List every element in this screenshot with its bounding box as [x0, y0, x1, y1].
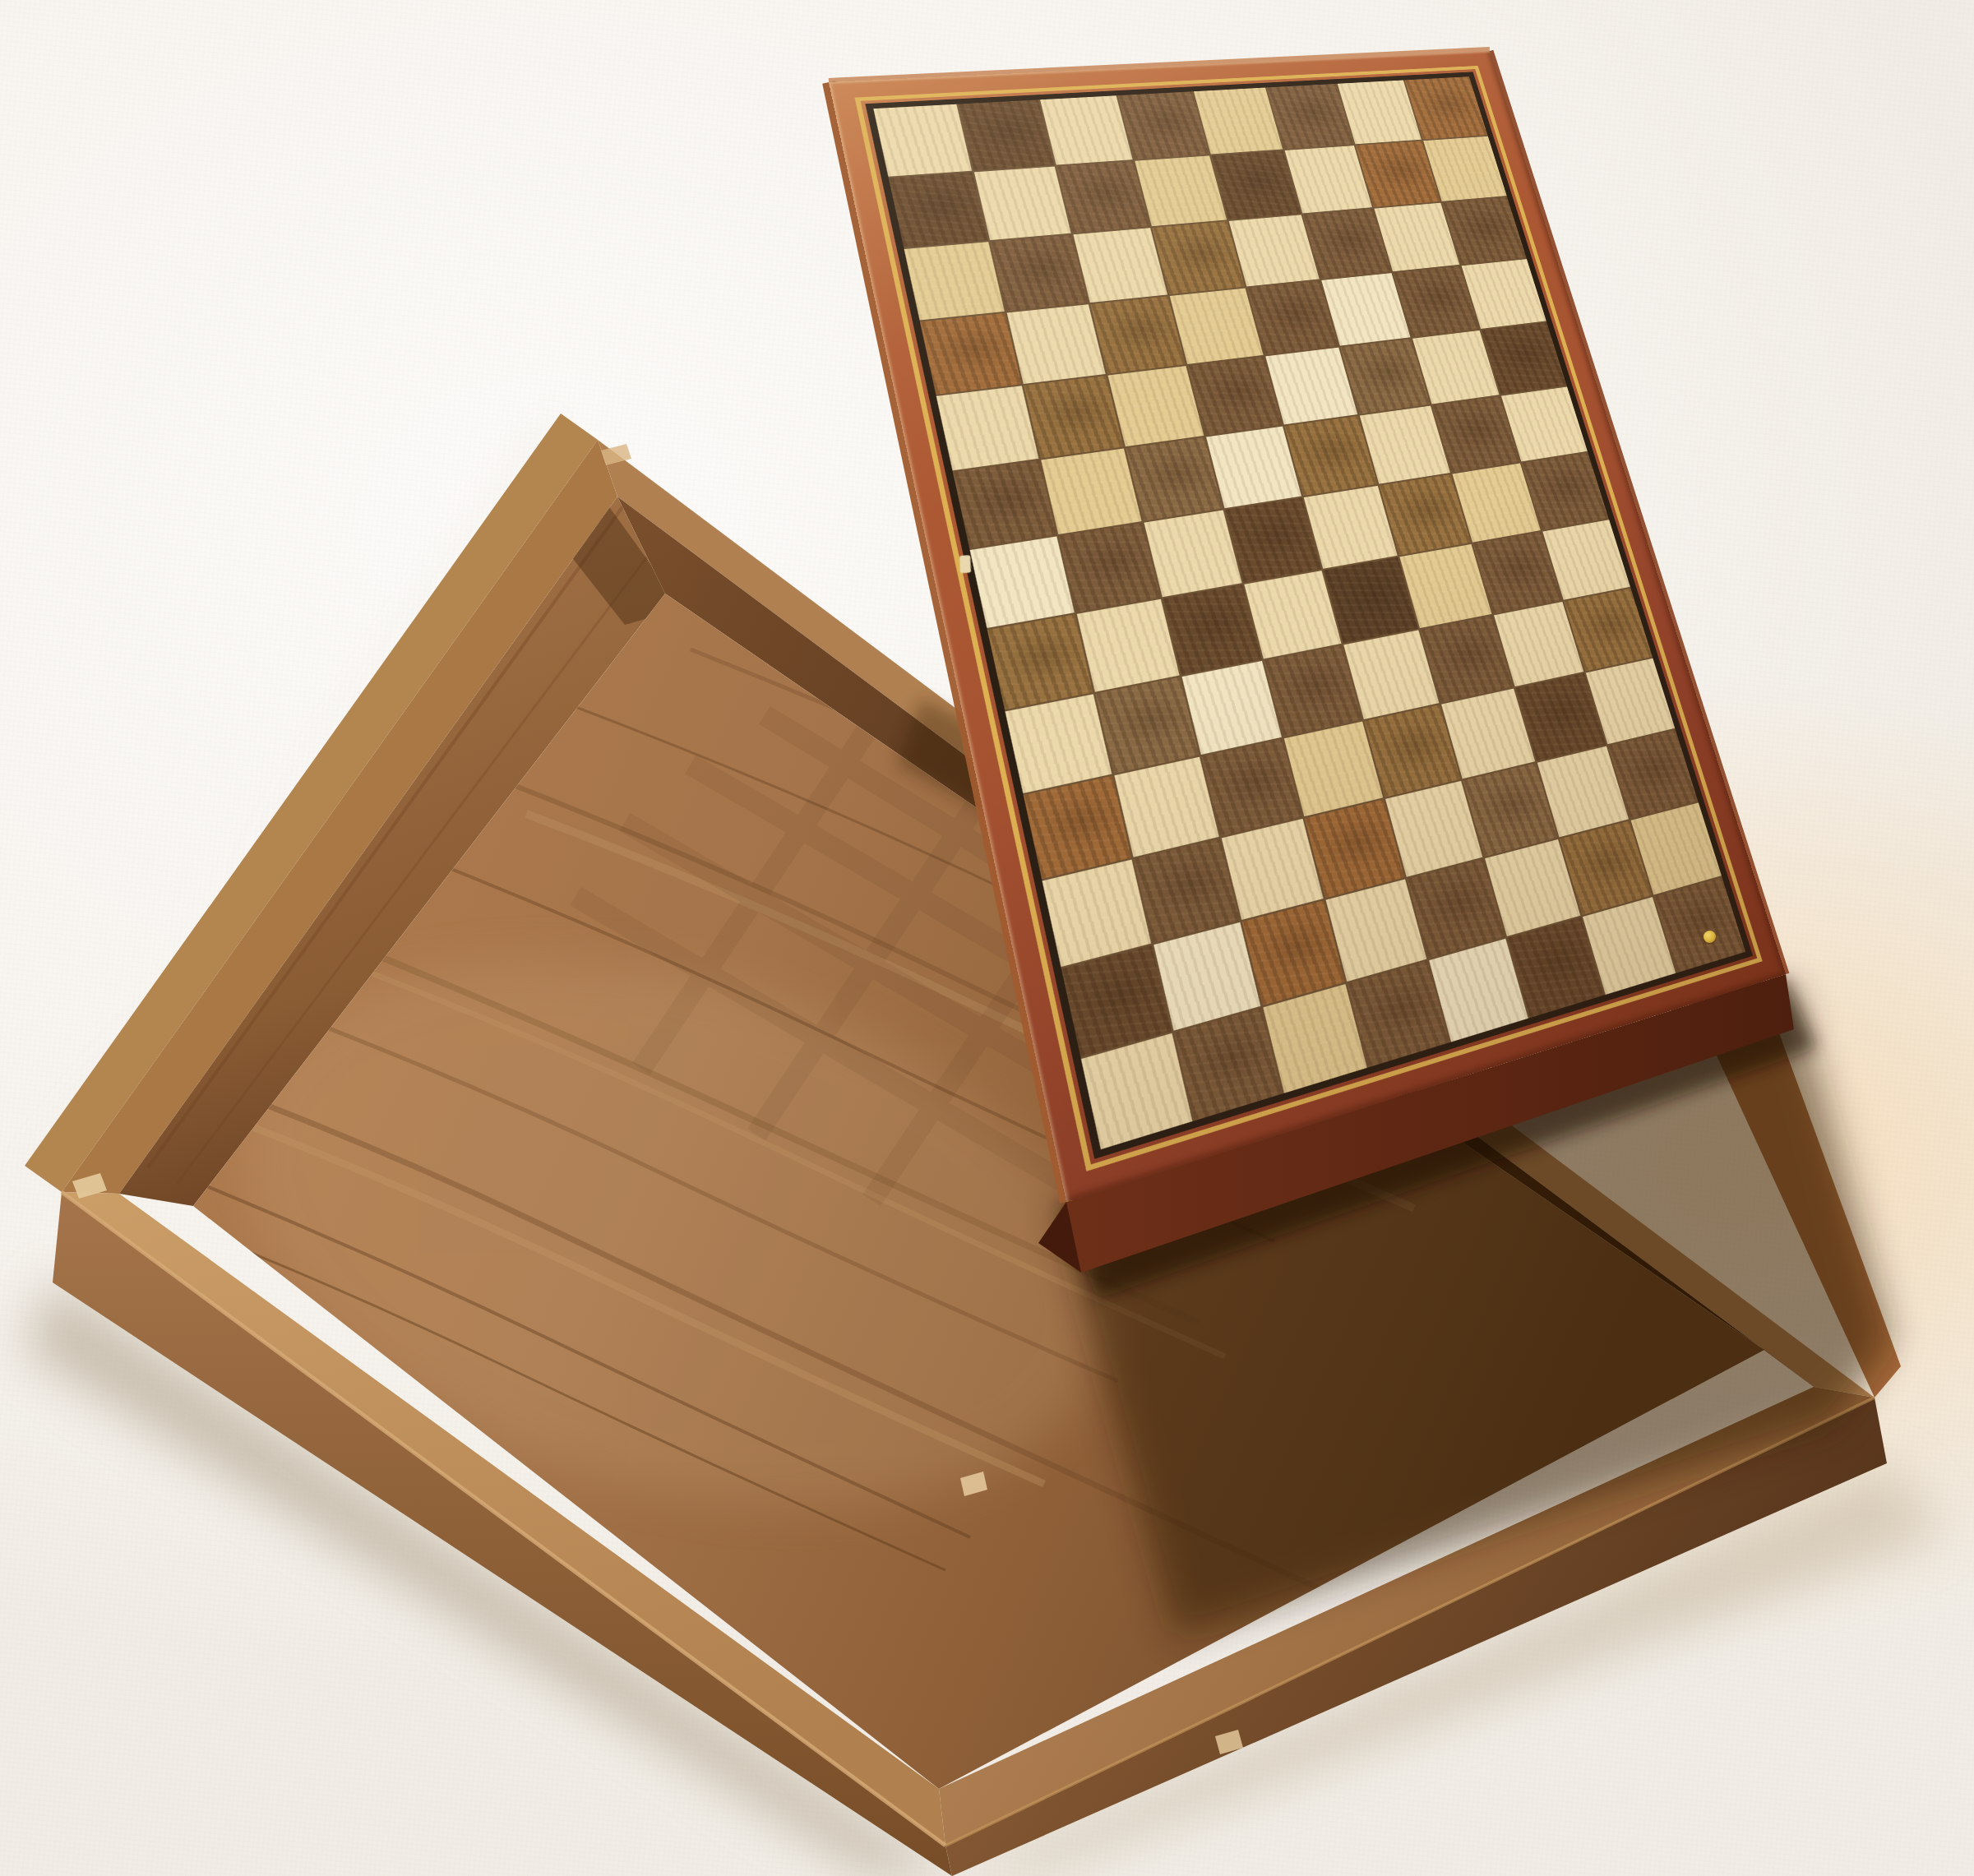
board-cell: [1056, 161, 1149, 233]
board-cell: [1126, 437, 1223, 521]
board-cell: [920, 313, 1021, 395]
board-cell: [958, 99, 1053, 170]
brass-hinge-pin: [1704, 931, 1716, 943]
board-cell: [1163, 585, 1262, 675]
board-cell: [1170, 289, 1264, 364]
board-cell: [1006, 304, 1105, 384]
board-cell: [1040, 95, 1133, 164]
board-cell: [1107, 366, 1204, 446]
board-cell: [1135, 155, 1227, 226]
board-cell: [1041, 449, 1141, 535]
board-cell: [1095, 677, 1199, 774]
board-cell: [1024, 376, 1123, 459]
board-cell: [1058, 523, 1159, 612]
board-cell: [1005, 694, 1112, 793]
board-cell: [1153, 221, 1246, 294]
board-cell: [987, 614, 1093, 709]
board-cell: [936, 386, 1038, 470]
board-cell: [1076, 599, 1179, 692]
board-cell: [974, 167, 1070, 241]
board-cell: [1118, 91, 1209, 159]
board-cell: [1181, 661, 1282, 755]
board-cell: [970, 536, 1075, 627]
board-cell: [953, 460, 1056, 548]
photo-scene: [0, 0, 1974, 1876]
board-cell: [990, 235, 1088, 312]
board-cell: [1090, 296, 1186, 374]
board-cell: [873, 104, 971, 177]
board-cell: [1144, 510, 1242, 597]
veneer-chip: [959, 555, 971, 573]
board-cell: [1073, 228, 1167, 303]
board-cell: [904, 242, 1005, 320]
board-cell: [889, 173, 988, 248]
